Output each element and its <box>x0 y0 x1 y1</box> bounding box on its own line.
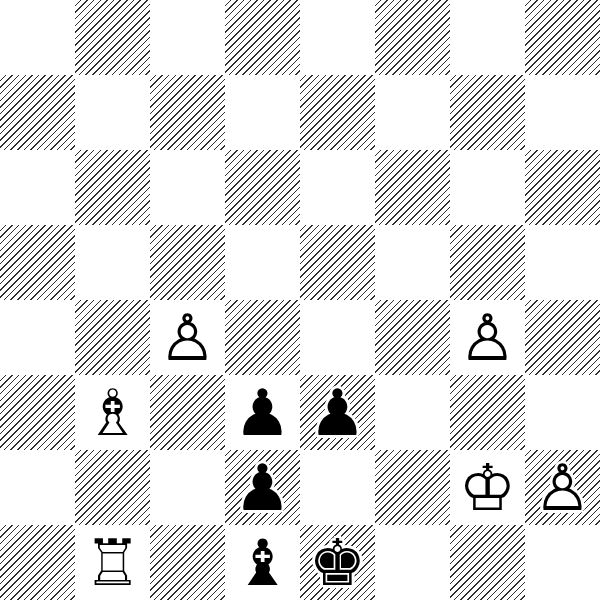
square-g8[interactable] <box>450 0 525 75</box>
square-c8[interactable] <box>150 0 225 75</box>
black-king-icon: ♚ <box>300 526 375 600</box>
piece-white-pawn[interactable]: ♟♙ <box>150 300 225 375</box>
square-g4[interactable]: ♟♙ <box>450 300 525 375</box>
black-bishop-icon: ♝ <box>225 526 300 600</box>
square-d2[interactable]: ♟♟ <box>225 450 300 525</box>
square-e7[interactable] <box>300 75 375 150</box>
square-h1[interactable] <box>525 525 600 600</box>
square-h7[interactable] <box>525 75 600 150</box>
square-c4[interactable]: ♟♙ <box>150 300 225 375</box>
square-g3[interactable] <box>450 375 525 450</box>
square-b8[interactable] <box>75 0 150 75</box>
piece-black-pawn[interactable]: ♟♟ <box>225 375 300 450</box>
piece-black-bishop[interactable]: ♝♝ <box>225 525 300 600</box>
square-d4[interactable] <box>225 300 300 375</box>
piece-white-pawn[interactable]: ♟♙ <box>525 450 600 525</box>
square-h8[interactable] <box>525 0 600 75</box>
black-pawn-icon: ♟ <box>225 451 300 525</box>
square-h4[interactable] <box>525 300 600 375</box>
piece-black-king[interactable]: ♚♚ <box>300 525 375 600</box>
white-bishop-icon: ♗ <box>75 376 150 450</box>
square-g7[interactable] <box>450 75 525 150</box>
piece-white-pawn[interactable]: ♟♙ <box>450 300 525 375</box>
square-e8[interactable] <box>300 0 375 75</box>
square-d5[interactable] <box>225 225 300 300</box>
square-d8[interactable] <box>225 0 300 75</box>
piece-black-pawn[interactable]: ♟♟ <box>300 375 375 450</box>
square-e4[interactable] <box>300 300 375 375</box>
square-e3[interactable]: ♟♟ <box>300 375 375 450</box>
square-b3[interactable]: ♝♗ <box>75 375 150 450</box>
black-pawn-icon: ♟ <box>300 376 375 450</box>
square-g6[interactable] <box>450 150 525 225</box>
square-f3[interactable] <box>375 375 450 450</box>
square-d3[interactable]: ♟♟ <box>225 375 300 450</box>
square-c5[interactable] <box>150 225 225 300</box>
square-e1[interactable]: ♚♚ <box>300 525 375 600</box>
white-pawn-icon: ♙ <box>450 301 525 375</box>
square-g5[interactable] <box>450 225 525 300</box>
square-f8[interactable] <box>375 0 450 75</box>
square-a4[interactable] <box>0 300 75 375</box>
square-h6[interactable] <box>525 150 600 225</box>
square-e2[interactable] <box>300 450 375 525</box>
square-b4[interactable] <box>75 300 150 375</box>
square-d7[interactable] <box>225 75 300 150</box>
square-h5[interactable] <box>525 225 600 300</box>
square-b5[interactable] <box>75 225 150 300</box>
square-a3[interactable] <box>0 375 75 450</box>
black-pawn-icon: ♟ <box>225 376 300 450</box>
square-h3[interactable] <box>525 375 600 450</box>
square-c6[interactable] <box>150 150 225 225</box>
square-g2[interactable]: ♚♔ <box>450 450 525 525</box>
square-f7[interactable] <box>375 75 450 150</box>
square-b7[interactable] <box>75 75 150 150</box>
square-c2[interactable] <box>150 450 225 525</box>
square-a5[interactable] <box>0 225 75 300</box>
square-f6[interactable] <box>375 150 450 225</box>
square-c7[interactable] <box>150 75 225 150</box>
square-a1[interactable] <box>0 525 75 600</box>
square-f1[interactable] <box>375 525 450 600</box>
white-rook-icon: ♖ <box>75 526 150 600</box>
square-c3[interactable] <box>150 375 225 450</box>
piece-white-rook[interactable]: ♜♖ <box>75 525 150 600</box>
square-b1[interactable]: ♜♖ <box>75 525 150 600</box>
square-c1[interactable] <box>150 525 225 600</box>
square-g1[interactable] <box>450 525 525 600</box>
square-f2[interactable] <box>375 450 450 525</box>
piece-white-king[interactable]: ♚♔ <box>450 450 525 525</box>
square-e6[interactable] <box>300 150 375 225</box>
piece-white-bishop[interactable]: ♝♗ <box>75 375 150 450</box>
square-h2[interactable]: ♟♙ <box>525 450 600 525</box>
white-pawn-icon: ♙ <box>150 301 225 375</box>
square-d1[interactable]: ♝♝ <box>225 525 300 600</box>
square-d6[interactable] <box>225 150 300 225</box>
square-b2[interactable] <box>75 450 150 525</box>
white-king-icon: ♔ <box>450 451 525 525</box>
square-f4[interactable] <box>375 300 450 375</box>
square-f5[interactable] <box>375 225 450 300</box>
white-pawn-icon: ♙ <box>525 451 600 525</box>
square-e5[interactable] <box>300 225 375 300</box>
chess-board: ♟♙♟♙♝♗♟♟♟♟♟♟♚♔♟♙♜♖♝♝♚♚ <box>0 0 600 600</box>
square-a6[interactable] <box>0 150 75 225</box>
square-a8[interactable] <box>0 0 75 75</box>
piece-black-pawn[interactable]: ♟♟ <box>225 450 300 525</box>
square-b6[interactable] <box>75 150 150 225</box>
square-a7[interactable] <box>0 75 75 150</box>
square-a2[interactable] <box>0 450 75 525</box>
